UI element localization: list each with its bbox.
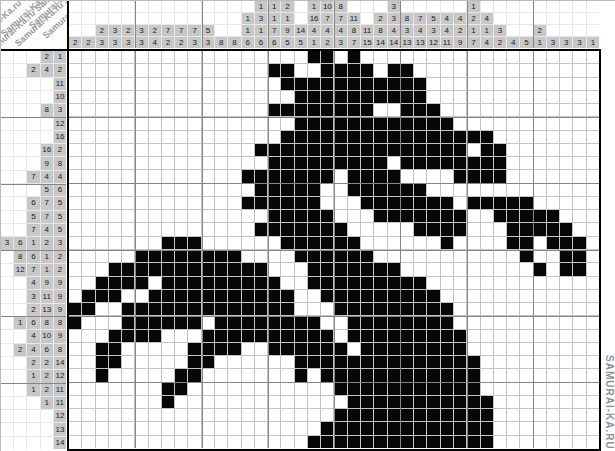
grid-cell-filled[interactable] bbox=[348, 78, 360, 90]
grid-cell-empty[interactable] bbox=[507, 157, 519, 169]
grid-cell-filled[interactable] bbox=[441, 316, 453, 328]
grid-cell-filled[interactable] bbox=[149, 330, 161, 342]
grid-cell-empty[interactable] bbox=[573, 316, 585, 328]
grid-cell-empty[interactable] bbox=[135, 409, 147, 421]
grid-cell-empty[interactable] bbox=[308, 64, 320, 76]
grid-cell-filled[interactable] bbox=[215, 290, 227, 302]
grid-cell-filled[interactable] bbox=[427, 330, 439, 342]
grid-cell-filled[interactable] bbox=[441, 330, 453, 342]
grid-cell-empty[interactable] bbox=[268, 383, 280, 395]
grid-cell-empty[interactable] bbox=[96, 422, 108, 434]
grid-cell-filled[interactable] bbox=[441, 303, 453, 315]
grid-cell-filled[interactable] bbox=[481, 436, 493, 448]
grid-cell-empty[interactable] bbox=[281, 263, 293, 275]
grid-cell-filled[interactable] bbox=[268, 64, 280, 76]
grid-cell-empty[interactable] bbox=[242, 117, 254, 129]
grid-cell-empty[interactable] bbox=[414, 170, 426, 182]
grid-cell-filled[interactable] bbox=[401, 422, 413, 434]
grid-cell-empty[interactable] bbox=[560, 78, 572, 90]
grid-cell-empty[interactable] bbox=[534, 383, 546, 395]
grid-cell-empty[interactable] bbox=[162, 91, 174, 103]
grid-cell-empty[interactable] bbox=[321, 383, 333, 395]
grid-cell-filled[interactable] bbox=[295, 157, 307, 169]
grid-cell-empty[interactable] bbox=[242, 383, 254, 395]
grid-cell-empty[interactable] bbox=[202, 436, 214, 448]
grid-cell-empty[interactable] bbox=[334, 316, 346, 328]
grid-cell-filled[interactable] bbox=[427, 210, 439, 222]
grid-cell-empty[interactable] bbox=[228, 170, 240, 182]
grid-cell-filled[interactable] bbox=[494, 210, 506, 222]
grid-cell-empty[interactable] bbox=[520, 383, 532, 395]
grid-cell-empty[interactable] bbox=[69, 91, 81, 103]
grid-cell-empty[interactable] bbox=[520, 343, 532, 355]
grid-cell-empty[interactable] bbox=[109, 409, 121, 421]
grid-cell-filled[interactable] bbox=[308, 184, 320, 196]
grid-cell-empty[interactable] bbox=[96, 91, 108, 103]
grid-cell-empty[interactable] bbox=[573, 91, 585, 103]
grid-cell-empty[interactable] bbox=[175, 396, 187, 408]
grid-cell-empty[interactable] bbox=[242, 343, 254, 355]
grid-cell-empty[interactable] bbox=[494, 422, 506, 434]
grid-cell-filled[interactable] bbox=[202, 250, 214, 262]
grid-cell-empty[interactable] bbox=[268, 117, 280, 129]
grid-cell-empty[interactable] bbox=[202, 64, 214, 76]
grid-cell-empty[interactable] bbox=[534, 422, 546, 434]
grid-cell-empty[interactable] bbox=[242, 78, 254, 90]
grid-cell-filled[interactable] bbox=[414, 144, 426, 156]
grid-cell-empty[interactable] bbox=[69, 396, 81, 408]
grid-cell-filled[interactable] bbox=[388, 422, 400, 434]
grid-cell-filled[interactable] bbox=[454, 343, 466, 355]
grid-cell-empty[interactable] bbox=[454, 263, 466, 275]
grid-cell-empty[interactable] bbox=[109, 303, 121, 315]
grid-cell-filled[interactable] bbox=[188, 356, 200, 368]
grid-cell-filled[interactable] bbox=[361, 409, 373, 421]
grid-cell-empty[interactable] bbox=[573, 383, 585, 395]
grid-cell-empty[interactable] bbox=[587, 383, 599, 395]
grid-cell-filled[interactable] bbox=[374, 356, 386, 368]
grid-cell-filled[interactable] bbox=[242, 170, 254, 182]
grid-cell-empty[interactable] bbox=[215, 422, 227, 434]
grid-cell-filled[interactable] bbox=[414, 104, 426, 116]
grid-cell-filled[interactable] bbox=[414, 330, 426, 342]
grid-cell-empty[interactable] bbox=[255, 369, 267, 381]
grid-cell-empty[interactable] bbox=[175, 157, 187, 169]
grid-cell-filled[interactable] bbox=[308, 250, 320, 262]
grid-cell-filled[interactable] bbox=[162, 277, 174, 289]
grid-cell-empty[interactable] bbox=[401, 223, 413, 235]
grid-cell-filled[interactable] bbox=[427, 316, 439, 328]
grid-cell-filled[interactable] bbox=[162, 396, 174, 408]
grid-cell-filled[interactable] bbox=[481, 197, 493, 209]
grid-cell-filled[interactable] bbox=[454, 131, 466, 143]
grid-cell-filled[interactable] bbox=[414, 436, 426, 448]
grid-cell-empty[interactable] bbox=[534, 330, 546, 342]
grid-cell-empty[interactable] bbox=[334, 51, 346, 63]
grid-cell-empty[interactable] bbox=[427, 51, 439, 63]
grid-cell-empty[interactable] bbox=[494, 396, 506, 408]
grid-cell-filled[interactable] bbox=[388, 277, 400, 289]
grid-cell-empty[interactable] bbox=[560, 290, 572, 302]
grid-cell-filled[interactable] bbox=[454, 422, 466, 434]
grid-cell-filled[interactable] bbox=[388, 197, 400, 209]
grid-cell-filled[interactable] bbox=[454, 157, 466, 169]
grid-cell-filled[interactable] bbox=[348, 436, 360, 448]
grid-cell-filled[interactable] bbox=[454, 170, 466, 182]
grid-cell-filled[interactable] bbox=[162, 263, 174, 275]
grid-cell-empty[interactable] bbox=[361, 237, 373, 249]
grid-cell-filled[interactable] bbox=[374, 197, 386, 209]
grid-cell-empty[interactable] bbox=[188, 131, 200, 143]
grid-cell-filled[interactable] bbox=[188, 369, 200, 381]
grid-cell-filled[interactable] bbox=[308, 157, 320, 169]
grid-cell-empty[interactable] bbox=[547, 104, 559, 116]
grid-cell-empty[interactable] bbox=[348, 197, 360, 209]
grid-cell-filled[interactable] bbox=[308, 330, 320, 342]
grid-cell-filled[interactable] bbox=[281, 184, 293, 196]
grid-cell-filled[interactable] bbox=[467, 170, 479, 182]
grid-cell-empty[interactable] bbox=[82, 210, 94, 222]
grid-cell-filled[interactable] bbox=[242, 290, 254, 302]
grid-cell-filled[interactable] bbox=[175, 277, 187, 289]
grid-cell-filled[interactable] bbox=[361, 316, 373, 328]
grid-cell-empty[interactable] bbox=[135, 91, 147, 103]
grid-cell-filled[interactable] bbox=[348, 409, 360, 421]
grid-cell-filled[interactable] bbox=[334, 104, 346, 116]
grid-cell-empty[interactable] bbox=[587, 91, 599, 103]
grid-cell-empty[interactable] bbox=[109, 170, 121, 182]
grid-cell-empty[interactable] bbox=[454, 64, 466, 76]
grid-cell-filled[interactable] bbox=[188, 316, 200, 328]
grid-cell-empty[interactable] bbox=[202, 131, 214, 143]
grid-cell-filled[interactable] bbox=[188, 303, 200, 315]
grid-cell-filled[interactable] bbox=[361, 383, 373, 395]
grid-cell-filled[interactable] bbox=[467, 369, 479, 381]
grid-cell-filled[interactable] bbox=[467, 409, 479, 421]
grid-cell-filled[interactable] bbox=[295, 144, 307, 156]
grid-cell-empty[interactable] bbox=[188, 117, 200, 129]
grid-cell-filled[interactable] bbox=[401, 396, 413, 408]
grid-cell-empty[interactable] bbox=[96, 157, 108, 169]
grid-cell-filled[interactable] bbox=[348, 290, 360, 302]
grid-cell-empty[interactable] bbox=[467, 91, 479, 103]
grid-cell-empty[interactable] bbox=[494, 369, 506, 381]
grid-cell-filled[interactable] bbox=[401, 290, 413, 302]
grid-cell-filled[interactable] bbox=[427, 356, 439, 368]
grid-cell-filled[interactable] bbox=[414, 369, 426, 381]
grid-cell-empty[interactable] bbox=[135, 64, 147, 76]
grid-cell-filled[interactable] bbox=[481, 409, 493, 421]
grid-cell-empty[interactable] bbox=[547, 144, 559, 156]
grid-cell-empty[interactable] bbox=[268, 51, 280, 63]
grid-cell-empty[interactable] bbox=[560, 157, 572, 169]
grid-cell-filled[interactable] bbox=[401, 144, 413, 156]
grid-cell-filled[interactable] bbox=[401, 303, 413, 315]
grid-cell-filled[interactable] bbox=[348, 422, 360, 434]
grid-cell-empty[interactable] bbox=[560, 117, 572, 129]
grid-cell-empty[interactable] bbox=[255, 436, 267, 448]
grid-cell-filled[interactable] bbox=[109, 263, 121, 275]
grid-cell-empty[interactable] bbox=[215, 131, 227, 143]
grid-cell-filled[interactable] bbox=[202, 263, 214, 275]
grid-cell-empty[interactable] bbox=[255, 396, 267, 408]
grid-cell-empty[interactable] bbox=[215, 104, 227, 116]
grid-cell-empty[interactable] bbox=[149, 237, 161, 249]
grid-cell-empty[interactable] bbox=[520, 330, 532, 342]
grid-cell-empty[interactable] bbox=[242, 157, 254, 169]
grid-cell-filled[interactable] bbox=[441, 409, 453, 421]
grid-cell-empty[interactable] bbox=[427, 237, 439, 249]
grid-cell-filled[interactable] bbox=[388, 316, 400, 328]
grid-cell-empty[interactable] bbox=[228, 396, 240, 408]
grid-cell-empty[interactable] bbox=[507, 277, 519, 289]
grid-cell-empty[interactable] bbox=[122, 356, 134, 368]
grid-cell-empty[interactable] bbox=[255, 131, 267, 143]
grid-cell-empty[interactable] bbox=[587, 277, 599, 289]
grid-cell-filled[interactable] bbox=[388, 369, 400, 381]
grid-cell-filled[interactable] bbox=[321, 436, 333, 448]
grid-cell-empty[interactable] bbox=[361, 223, 373, 235]
grid-cell-empty[interactable] bbox=[547, 64, 559, 76]
grid-cell-filled[interactable] bbox=[334, 78, 346, 90]
grid-cell-filled[interactable] bbox=[321, 223, 333, 235]
grid-cell-empty[interactable] bbox=[547, 170, 559, 182]
grid-cell-empty[interactable] bbox=[215, 223, 227, 235]
grid-cell-empty[interactable] bbox=[215, 78, 227, 90]
grid-cell-empty[interactable] bbox=[96, 51, 108, 63]
grid-cell-filled[interactable] bbox=[122, 263, 134, 275]
grid-cell-filled[interactable] bbox=[481, 157, 493, 169]
grid-cell-empty[interactable] bbox=[454, 237, 466, 249]
grid-cell-filled[interactable] bbox=[414, 409, 426, 421]
grid-cell-filled[interactable] bbox=[361, 144, 373, 156]
grid-cell-empty[interactable] bbox=[82, 277, 94, 289]
grid-cell-empty[interactable] bbox=[507, 303, 519, 315]
grid-cell-filled[interactable] bbox=[69, 316, 81, 328]
grid-cell-filled[interactable] bbox=[308, 277, 320, 289]
grid-cell-empty[interactable] bbox=[507, 250, 519, 262]
grid-cell-filled[interactable] bbox=[467, 157, 479, 169]
grid-cell-filled[interactable] bbox=[401, 369, 413, 381]
grid-cell-filled[interactable] bbox=[255, 330, 267, 342]
grid-cell-empty[interactable] bbox=[96, 210, 108, 222]
grid-cell-filled[interactable] bbox=[321, 277, 333, 289]
grid-cell-empty[interactable] bbox=[82, 223, 94, 235]
grid-cell-empty[interactable] bbox=[188, 157, 200, 169]
grid-cell-filled[interactable] bbox=[295, 170, 307, 182]
grid-cell-filled[interactable] bbox=[135, 330, 147, 342]
grid-cell-empty[interactable] bbox=[334, 197, 346, 209]
grid-cell-filled[interactable] bbox=[441, 117, 453, 129]
grid-cell-empty[interactable] bbox=[547, 396, 559, 408]
grid-cell-filled[interactable] bbox=[401, 277, 413, 289]
grid-cell-filled[interactable] bbox=[215, 263, 227, 275]
grid-cell-empty[interactable] bbox=[228, 144, 240, 156]
grid-cell-empty[interactable] bbox=[321, 409, 333, 421]
grid-cell-filled[interactable] bbox=[268, 223, 280, 235]
grid-cell-filled[interactable] bbox=[361, 263, 373, 275]
grid-cell-filled[interactable] bbox=[401, 343, 413, 355]
grid-cell-empty[interactable] bbox=[467, 290, 479, 302]
grid-cell-filled[interactable] bbox=[348, 131, 360, 143]
grid-cell-filled[interactable] bbox=[334, 157, 346, 169]
grid-cell-filled[interactable] bbox=[467, 436, 479, 448]
grid-cell-empty[interactable] bbox=[520, 131, 532, 143]
grid-cell-filled[interactable] bbox=[494, 157, 506, 169]
grid-cell-empty[interactable] bbox=[587, 78, 599, 90]
grid-cell-empty[interactable] bbox=[520, 78, 532, 90]
grid-cell-filled[interactable] bbox=[255, 184, 267, 196]
grid-cell-filled[interactable] bbox=[281, 237, 293, 249]
grid-cell-filled[interactable] bbox=[348, 157, 360, 169]
grid-cell-empty[interactable] bbox=[467, 223, 479, 235]
grid-cell-filled[interactable] bbox=[268, 184, 280, 196]
grid-cell-filled[interactable] bbox=[334, 383, 346, 395]
grid-cell-filled[interactable] bbox=[374, 210, 386, 222]
grid-cell-empty[interactable] bbox=[149, 210, 161, 222]
grid-cell-empty[interactable] bbox=[109, 422, 121, 434]
grid-cell-filled[interactable] bbox=[308, 104, 320, 116]
grid-cell-filled[interactable] bbox=[374, 369, 386, 381]
grid-cell-filled[interactable] bbox=[361, 290, 373, 302]
grid-cell-filled[interactable] bbox=[308, 91, 320, 103]
grid-cell-empty[interactable] bbox=[215, 356, 227, 368]
grid-cell-empty[interactable] bbox=[494, 64, 506, 76]
grid-cell-empty[interactable] bbox=[573, 290, 585, 302]
grid-cell-empty[interactable] bbox=[69, 263, 81, 275]
grid-cell-empty[interactable] bbox=[149, 91, 161, 103]
grid-cell-empty[interactable] bbox=[573, 210, 585, 222]
grid-cell-empty[interactable] bbox=[427, 184, 439, 196]
grid-cell-empty[interactable] bbox=[82, 117, 94, 129]
grid-cell-empty[interactable] bbox=[534, 290, 546, 302]
grid-cell-filled[interactable] bbox=[295, 131, 307, 143]
grid-cell-empty[interactable] bbox=[149, 117, 161, 129]
grid-cell-empty[interactable] bbox=[175, 422, 187, 434]
grid-cell-empty[interactable] bbox=[255, 250, 267, 262]
grid-cell-filled[interactable] bbox=[162, 383, 174, 395]
grid-cell-empty[interactable] bbox=[295, 383, 307, 395]
grid-cell-empty[interactable] bbox=[494, 303, 506, 315]
grid-cell-empty[interactable] bbox=[427, 263, 439, 275]
grid-cell-empty[interactable] bbox=[321, 396, 333, 408]
grid-cell-empty[interactable] bbox=[96, 64, 108, 76]
grid-cell-empty[interactable] bbox=[135, 422, 147, 434]
grid-cell-empty[interactable] bbox=[547, 131, 559, 143]
grid-cell-filled[interactable] bbox=[520, 223, 532, 235]
grid-cell-empty[interactable] bbox=[467, 237, 479, 249]
grid-cell-filled[interactable] bbox=[96, 290, 108, 302]
grid-cell-filled[interactable] bbox=[268, 210, 280, 222]
grid-cell-filled[interactable] bbox=[295, 250, 307, 262]
grid-cell-empty[interactable] bbox=[348, 210, 360, 222]
grid-cell-empty[interactable] bbox=[520, 356, 532, 368]
grid-cell-empty[interactable] bbox=[242, 356, 254, 368]
grid-cell-empty[interactable] bbox=[228, 409, 240, 421]
grid-cell-empty[interactable] bbox=[162, 104, 174, 116]
grid-cell-empty[interactable] bbox=[162, 356, 174, 368]
grid-cell-empty[interactable] bbox=[215, 144, 227, 156]
grid-cell-filled[interactable] bbox=[175, 290, 187, 302]
grid-cell-empty[interactable] bbox=[573, 277, 585, 289]
grid-cell-filled[interactable] bbox=[348, 117, 360, 129]
grid-cell-filled[interactable] bbox=[427, 303, 439, 315]
grid-cell-empty[interactable] bbox=[255, 343, 267, 355]
grid-cell-empty[interactable] bbox=[149, 369, 161, 381]
grid-cell-filled[interactable] bbox=[321, 144, 333, 156]
grid-cell-empty[interactable] bbox=[547, 91, 559, 103]
grid-cell-empty[interactable] bbox=[69, 290, 81, 302]
grid-cell-filled[interactable] bbox=[202, 330, 214, 342]
grid-cell-filled[interactable] bbox=[361, 330, 373, 342]
grid-cell-filled[interactable] bbox=[414, 223, 426, 235]
grid-cell-empty[interactable] bbox=[388, 223, 400, 235]
grid-cell-filled[interactable] bbox=[427, 383, 439, 395]
grid-cell-empty[interactable] bbox=[507, 91, 519, 103]
grid-cell-empty[interactable] bbox=[427, 64, 439, 76]
grid-cell-empty[interactable] bbox=[188, 330, 200, 342]
grid-cell-filled[interactable] bbox=[334, 223, 346, 235]
grid-cell-empty[interactable] bbox=[481, 250, 493, 262]
grid-cell-filled[interactable] bbox=[348, 91, 360, 103]
grid-cell-filled[interactable] bbox=[427, 369, 439, 381]
grid-cell-filled[interactable] bbox=[348, 303, 360, 315]
grid-cell-empty[interactable] bbox=[255, 356, 267, 368]
grid-cell-filled[interactable] bbox=[348, 64, 360, 76]
grid-cell-empty[interactable] bbox=[96, 303, 108, 315]
grid-cell-filled[interactable] bbox=[228, 263, 240, 275]
grid-cell-empty[interactable] bbox=[587, 436, 599, 448]
grid-cell-empty[interactable] bbox=[96, 131, 108, 143]
grid-cell-empty[interactable] bbox=[334, 330, 346, 342]
grid-cell-empty[interactable] bbox=[520, 51, 532, 63]
grid-cell-filled[interactable] bbox=[560, 263, 572, 275]
grid-cell-empty[interactable] bbox=[573, 330, 585, 342]
grid-cell-empty[interactable] bbox=[401, 170, 413, 182]
grid-cell-empty[interactable] bbox=[175, 409, 187, 421]
grid-cell-empty[interactable] bbox=[534, 144, 546, 156]
grid-cell-filled[interactable] bbox=[441, 343, 453, 355]
grid-cell-filled[interactable] bbox=[321, 263, 333, 275]
grid-cell-empty[interactable] bbox=[454, 91, 466, 103]
grid-cell-empty[interactable] bbox=[441, 51, 453, 63]
grid-cell-empty[interactable] bbox=[520, 144, 532, 156]
grid-cell-empty[interactable] bbox=[188, 104, 200, 116]
grid-cell-empty[interactable] bbox=[573, 409, 585, 421]
grid-cell-empty[interactable] bbox=[308, 409, 320, 421]
grid-cell-empty[interactable] bbox=[281, 51, 293, 63]
grid-cell-empty[interactable] bbox=[135, 131, 147, 143]
grid-cell-filled[interactable] bbox=[374, 263, 386, 275]
grid-cell-empty[interactable] bbox=[334, 210, 346, 222]
grid-cell-empty[interactable] bbox=[96, 144, 108, 156]
grid-cell-empty[interactable] bbox=[321, 316, 333, 328]
grid-cell-empty[interactable] bbox=[175, 144, 187, 156]
grid-cell-empty[interactable] bbox=[96, 170, 108, 182]
grid-cell-empty[interactable] bbox=[202, 369, 214, 381]
grid-cell-filled[interactable] bbox=[135, 250, 147, 262]
grid-cell-empty[interactable] bbox=[69, 237, 81, 249]
grid-cell-filled[interactable] bbox=[374, 184, 386, 196]
grid-cell-filled[interactable] bbox=[308, 131, 320, 143]
grid-cell-empty[interactable] bbox=[494, 356, 506, 368]
grid-cell-empty[interactable] bbox=[547, 263, 559, 275]
grid-cell-empty[interactable] bbox=[520, 422, 532, 434]
grid-cell-empty[interactable] bbox=[135, 104, 147, 116]
grid-cell-empty[interactable] bbox=[560, 422, 572, 434]
grid-cell-empty[interactable] bbox=[82, 396, 94, 408]
grid-cell-empty[interactable] bbox=[188, 422, 200, 434]
